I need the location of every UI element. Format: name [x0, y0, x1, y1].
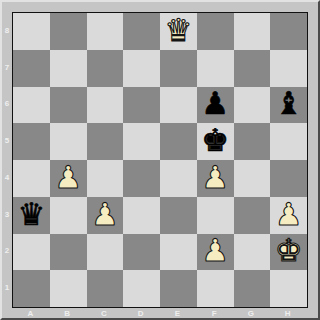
square-d6[interactable]: [123, 87, 160, 124]
square-a5[interactable]: [13, 123, 50, 160]
square-h7[interactable]: [270, 50, 307, 87]
rank-label-2: 2: [2, 233, 12, 270]
black-queen: ♛: [17, 199, 45, 230]
square-f7[interactable]: [197, 50, 234, 87]
square-e7[interactable]: [160, 50, 197, 87]
rank-labels: 87654321: [2, 12, 12, 306]
square-b4[interactable]: ♟: [50, 160, 87, 197]
black-king: ♚: [201, 125, 229, 156]
square-d8[interactable]: [123, 13, 160, 50]
square-b6[interactable]: [50, 87, 87, 124]
square-g1[interactable]: [234, 270, 271, 307]
square-g5[interactable]: [234, 123, 271, 160]
chess-board-frame: 87654321 ABCDEFGH ♛♟♝♚♟♟♛♟♟♟♚: [0, 0, 320, 320]
square-d5[interactable]: [123, 123, 160, 160]
square-e1[interactable]: [160, 270, 197, 307]
file-label-h: H: [269, 307, 306, 319]
file-label-a: A: [12, 307, 49, 319]
square-f2[interactable]: ♟: [197, 234, 234, 271]
square-c8[interactable]: [87, 13, 124, 50]
file-label-d: D: [122, 307, 159, 319]
square-b2[interactable]: [50, 234, 87, 271]
black-pawn: ♟: [201, 88, 229, 119]
square-h5[interactable]: [270, 123, 307, 160]
square-f5[interactable]: ♚: [197, 123, 234, 160]
square-d1[interactable]: [123, 270, 160, 307]
file-label-g: G: [233, 307, 270, 319]
square-g8[interactable]: [234, 13, 271, 50]
square-e4[interactable]: [160, 160, 197, 197]
square-c1[interactable]: [87, 270, 124, 307]
square-a8[interactable]: [13, 13, 50, 50]
square-e8[interactable]: ♛: [160, 13, 197, 50]
square-e5[interactable]: [160, 123, 197, 160]
square-a7[interactable]: [13, 50, 50, 87]
rank-label-3: 3: [2, 196, 12, 233]
white-pawn: ♟: [275, 199, 303, 230]
rank-label-5: 5: [2, 122, 12, 159]
square-c3[interactable]: ♟: [87, 197, 124, 234]
white-king: ♚: [275, 235, 303, 266]
square-b5[interactable]: [50, 123, 87, 160]
rank-label-8: 8: [2, 12, 12, 49]
square-c7[interactable]: [87, 50, 124, 87]
square-g3[interactable]: [234, 197, 271, 234]
square-c5[interactable]: [87, 123, 124, 160]
square-a3[interactable]: ♛: [13, 197, 50, 234]
rank-label-6: 6: [2, 86, 12, 123]
square-h1[interactable]: [270, 270, 307, 307]
rank-label-1: 1: [2, 269, 12, 306]
square-a1[interactable]: [13, 270, 50, 307]
white-pawn: ♟: [91, 199, 119, 230]
square-d7[interactable]: [123, 50, 160, 87]
square-c6[interactable]: [87, 87, 124, 124]
square-b3[interactable]: [50, 197, 87, 234]
square-e2[interactable]: [160, 234, 197, 271]
white-pawn: ♟: [201, 235, 229, 266]
file-label-b: B: [49, 307, 86, 319]
square-g4[interactable]: [234, 160, 271, 197]
square-a2[interactable]: [13, 234, 50, 271]
rank-label-7: 7: [2, 49, 12, 86]
square-b1[interactable]: [50, 270, 87, 307]
square-h4[interactable]: [270, 160, 307, 197]
white-pawn: ♟: [54, 162, 82, 193]
white-queen: ♛: [164, 15, 192, 46]
rank-label-4: 4: [2, 159, 12, 196]
file-label-f: F: [196, 307, 233, 319]
square-h3[interactable]: ♟: [270, 197, 307, 234]
square-f1[interactable]: [197, 270, 234, 307]
square-e3[interactable]: [160, 197, 197, 234]
square-h2[interactable]: ♚: [270, 234, 307, 271]
square-c2[interactable]: [87, 234, 124, 271]
square-h8[interactable]: [270, 13, 307, 50]
square-g2[interactable]: [234, 234, 271, 271]
square-f3[interactable]: [197, 197, 234, 234]
file-labels: ABCDEFGH: [12, 307, 306, 319]
square-e6[interactable]: [160, 87, 197, 124]
file-label-c: C: [86, 307, 123, 319]
black-bishop: ♝: [275, 88, 303, 119]
square-d4[interactable]: [123, 160, 160, 197]
square-d3[interactable]: [123, 197, 160, 234]
square-b7[interactable]: [50, 50, 87, 87]
square-b8[interactable]: [50, 13, 87, 50]
square-f6[interactable]: ♟: [197, 87, 234, 124]
square-c4[interactable]: [87, 160, 124, 197]
square-d2[interactable]: [123, 234, 160, 271]
white-pawn: ♟: [201, 162, 229, 193]
square-g6[interactable]: [234, 87, 271, 124]
square-h6[interactable]: ♝: [270, 87, 307, 124]
square-f8[interactable]: [197, 13, 234, 50]
square-f4[interactable]: ♟: [197, 160, 234, 197]
file-label-e: E: [159, 307, 196, 319]
square-a6[interactable]: [13, 87, 50, 124]
square-g7[interactable]: [234, 50, 271, 87]
chess-board: ♛♟♝♚♟♟♛♟♟♟♚: [12, 12, 308, 308]
square-a4[interactable]: [13, 160, 50, 197]
